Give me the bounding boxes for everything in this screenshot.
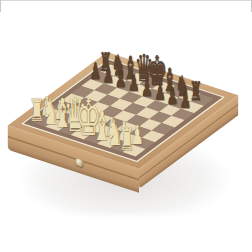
image-border-left <box>0 0 1 12</box>
image-border-top <box>0 0 252 1</box>
image-border-right <box>251 0 252 12</box>
piece-white-rook: ♜ <box>114 124 140 156</box>
clasp-latch-icon <box>76 158 83 167</box>
product-photo: ♜♞♝♛♚♝♞♜♟♟♟♟♟♟♟♟♟♟♟♟♟♟♟♟♜♞♝♛♚♝♞♜ <box>0 0 252 252</box>
